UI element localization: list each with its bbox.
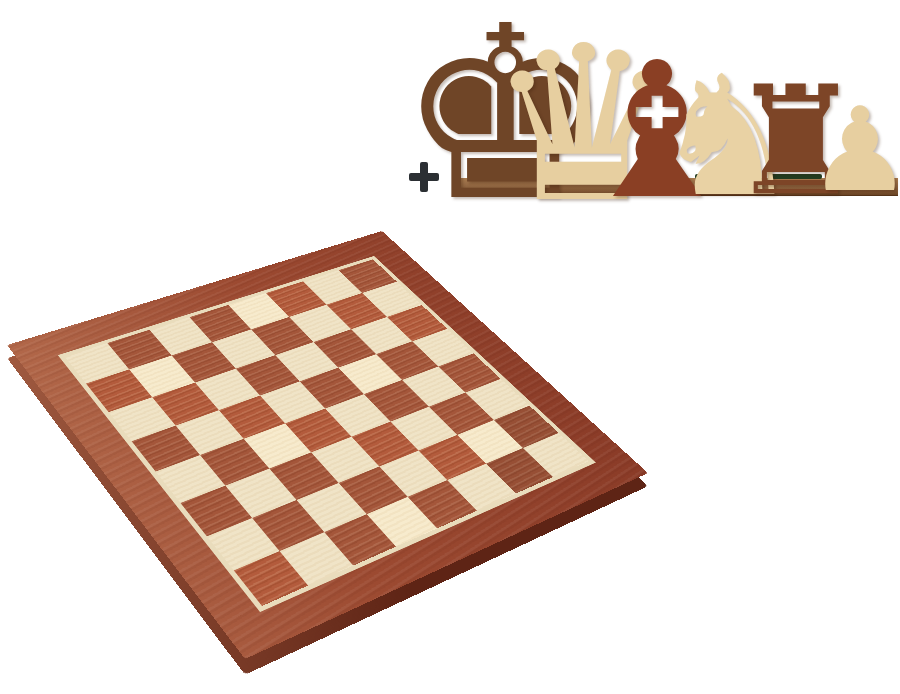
board-frame	[7, 231, 648, 659]
product-photo: ♚ ♛ ♝ ♞ ♜ ♟	[0, 0, 900, 694]
pawn-piece-light: ♟	[808, 92, 900, 208]
board-field	[65, 259, 589, 606]
